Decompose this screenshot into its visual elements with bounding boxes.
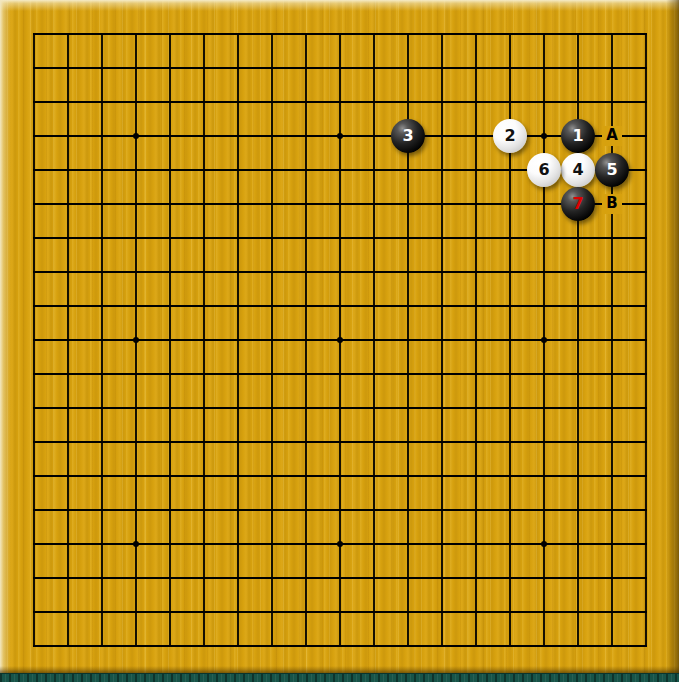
intersection-Q6[interactable] — [527, 459, 561, 493]
intersection-H10[interactable] — [255, 323, 289, 357]
intersection-A15[interactable] — [17, 153, 51, 187]
intersection-G3[interactable] — [221, 561, 255, 595]
intersection-A18[interactable] — [17, 51, 51, 85]
intersection-K10[interactable] — [323, 323, 357, 357]
intersection-A11[interactable] — [17, 289, 51, 323]
intersection-G1[interactable] — [221, 629, 255, 663]
intersection-N12[interactable] — [425, 255, 459, 289]
intersection-K15[interactable] — [323, 153, 357, 187]
intersection-M12[interactable] — [391, 255, 425, 289]
intersection-T13[interactable] — [629, 221, 663, 255]
intersection-J19[interactable] — [289, 17, 323, 51]
intersection-S14[interactable]: B — [595, 187, 629, 221]
intersection-O6[interactable] — [459, 459, 493, 493]
intersection-P15[interactable] — [493, 153, 527, 187]
intersection-G8[interactable] — [221, 391, 255, 425]
intersection-J15[interactable] — [289, 153, 323, 187]
intersection-S16[interactable]: A — [595, 119, 629, 153]
intersection-J1[interactable] — [289, 629, 323, 663]
intersection-D12[interactable] — [119, 255, 153, 289]
intersection-G15[interactable] — [221, 153, 255, 187]
intersection-B17[interactable] — [51, 85, 85, 119]
intersection-K16[interactable] — [323, 119, 357, 153]
intersection-R2[interactable] — [561, 595, 595, 629]
intersection-T19[interactable] — [629, 17, 663, 51]
intersection-J11[interactable] — [289, 289, 323, 323]
intersection-S9[interactable] — [595, 357, 629, 391]
intersection-F12[interactable] — [187, 255, 221, 289]
intersection-L3[interactable] — [357, 561, 391, 595]
intersection-O13[interactable] — [459, 221, 493, 255]
intersection-O12[interactable] — [459, 255, 493, 289]
intersection-A6[interactable] — [17, 459, 51, 493]
intersection-B5[interactable] — [51, 493, 85, 527]
intersection-M7[interactable] — [391, 425, 425, 459]
intersection-B4[interactable] — [51, 527, 85, 561]
intersection-M19[interactable] — [391, 17, 425, 51]
intersection-O7[interactable] — [459, 425, 493, 459]
intersection-D17[interactable] — [119, 85, 153, 119]
stone-black-move-7-R14[interactable]: 7 — [561, 187, 595, 221]
intersection-C18[interactable] — [85, 51, 119, 85]
intersection-Q4[interactable] — [527, 527, 561, 561]
intersection-O3[interactable] — [459, 561, 493, 595]
intersection-T10[interactable] — [629, 323, 663, 357]
intersection-T9[interactable] — [629, 357, 663, 391]
intersection-C12[interactable] — [85, 255, 119, 289]
intersection-F1[interactable] — [187, 629, 221, 663]
intersection-S19[interactable] — [595, 17, 629, 51]
intersection-D7[interactable] — [119, 425, 153, 459]
intersection-K19[interactable] — [323, 17, 357, 51]
intersection-G18[interactable] — [221, 51, 255, 85]
intersection-D15[interactable] — [119, 153, 153, 187]
intersection-T4[interactable] — [629, 527, 663, 561]
intersection-J14[interactable] — [289, 187, 323, 221]
intersection-N6[interactable] — [425, 459, 459, 493]
intersection-L17[interactable] — [357, 85, 391, 119]
intersection-R19[interactable] — [561, 17, 595, 51]
intersection-P16[interactable]: 2 — [493, 119, 527, 153]
intersection-R8[interactable] — [561, 391, 595, 425]
intersection-P11[interactable] — [493, 289, 527, 323]
intersection-K13[interactable] — [323, 221, 357, 255]
intersection-S17[interactable] — [595, 85, 629, 119]
intersection-O11[interactable] — [459, 289, 493, 323]
intersection-H7[interactable] — [255, 425, 289, 459]
intersection-S2[interactable] — [595, 595, 629, 629]
intersection-C11[interactable] — [85, 289, 119, 323]
intersection-L1[interactable] — [357, 629, 391, 663]
intersection-A3[interactable] — [17, 561, 51, 595]
intersection-G2[interactable] — [221, 595, 255, 629]
intersection-A13[interactable] — [17, 221, 51, 255]
intersection-P14[interactable] — [493, 187, 527, 221]
intersection-F15[interactable] — [187, 153, 221, 187]
intersection-L2[interactable] — [357, 595, 391, 629]
intersection-B1[interactable] — [51, 629, 85, 663]
intersection-N14[interactable] — [425, 187, 459, 221]
intersection-O19[interactable] — [459, 17, 493, 51]
intersection-R10[interactable] — [561, 323, 595, 357]
intersection-N15[interactable] — [425, 153, 459, 187]
intersection-D19[interactable] — [119, 17, 153, 51]
intersection-M17[interactable] — [391, 85, 425, 119]
intersection-E10[interactable] — [153, 323, 187, 357]
intersection-G17[interactable] — [221, 85, 255, 119]
intersection-Q9[interactable] — [527, 357, 561, 391]
intersection-Q19[interactable] — [527, 17, 561, 51]
intersection-F7[interactable] — [187, 425, 221, 459]
intersection-T11[interactable] — [629, 289, 663, 323]
intersection-F18[interactable] — [187, 51, 221, 85]
intersection-S4[interactable] — [595, 527, 629, 561]
intersection-L14[interactable] — [357, 187, 391, 221]
intersection-E13[interactable] — [153, 221, 187, 255]
intersection-F14[interactable] — [187, 187, 221, 221]
intersection-S5[interactable] — [595, 493, 629, 527]
intersection-H1[interactable] — [255, 629, 289, 663]
intersection-R18[interactable] — [561, 51, 595, 85]
intersection-G7[interactable] — [221, 425, 255, 459]
intersection-O5[interactable] — [459, 493, 493, 527]
intersection-E11[interactable] — [153, 289, 187, 323]
intersection-L15[interactable] — [357, 153, 391, 187]
intersection-F11[interactable] — [187, 289, 221, 323]
intersection-H2[interactable] — [255, 595, 289, 629]
intersection-N9[interactable] — [425, 357, 459, 391]
intersection-H6[interactable] — [255, 459, 289, 493]
intersection-L18[interactable] — [357, 51, 391, 85]
intersection-J4[interactable] — [289, 527, 323, 561]
intersection-R7[interactable] — [561, 425, 595, 459]
intersection-B8[interactable] — [51, 391, 85, 425]
intersection-K5[interactable] — [323, 493, 357, 527]
intersection-M1[interactable] — [391, 629, 425, 663]
intersection-Q15[interactable]: 6 — [527, 153, 561, 187]
intersection-M9[interactable] — [391, 357, 425, 391]
stone-black-move-3-M16[interactable]: 3 — [391, 119, 425, 153]
intersection-A4[interactable] — [17, 527, 51, 561]
intersection-Q14[interactable] — [527, 187, 561, 221]
intersection-S10[interactable] — [595, 323, 629, 357]
intersection-Q18[interactable] — [527, 51, 561, 85]
intersection-N16[interactable] — [425, 119, 459, 153]
intersection-P2[interactable] — [493, 595, 527, 629]
intersection-H12[interactable] — [255, 255, 289, 289]
intersection-Q11[interactable] — [527, 289, 561, 323]
intersection-B16[interactable] — [51, 119, 85, 153]
intersection-G13[interactable] — [221, 221, 255, 255]
intersection-S3[interactable] — [595, 561, 629, 595]
intersection-K4[interactable] — [323, 527, 357, 561]
intersection-G6[interactable] — [221, 459, 255, 493]
intersection-C7[interactable] — [85, 425, 119, 459]
intersection-D18[interactable] — [119, 51, 153, 85]
intersection-C3[interactable] — [85, 561, 119, 595]
intersection-N1[interactable] — [425, 629, 459, 663]
intersection-G12[interactable] — [221, 255, 255, 289]
intersection-C19[interactable] — [85, 17, 119, 51]
intersection-D4[interactable] — [119, 527, 153, 561]
intersection-H3[interactable] — [255, 561, 289, 595]
intersection-E3[interactable] — [153, 561, 187, 595]
intersection-O2[interactable] — [459, 595, 493, 629]
intersection-H13[interactable] — [255, 221, 289, 255]
intersection-D9[interactable] — [119, 357, 153, 391]
intersection-Q7[interactable] — [527, 425, 561, 459]
intersection-L16[interactable] — [357, 119, 391, 153]
intersection-F2[interactable] — [187, 595, 221, 629]
intersection-J18[interactable] — [289, 51, 323, 85]
intersection-H14[interactable] — [255, 187, 289, 221]
intersection-G11[interactable] — [221, 289, 255, 323]
intersection-J2[interactable] — [289, 595, 323, 629]
intersection-K12[interactable] — [323, 255, 357, 289]
intersection-B14[interactable] — [51, 187, 85, 221]
intersection-D6[interactable] — [119, 459, 153, 493]
intersection-L8[interactable] — [357, 391, 391, 425]
intersection-J8[interactable] — [289, 391, 323, 425]
intersection-O17[interactable] — [459, 85, 493, 119]
intersection-P18[interactable] — [493, 51, 527, 85]
intersection-P12[interactable] — [493, 255, 527, 289]
intersection-L11[interactable] — [357, 289, 391, 323]
intersection-M2[interactable] — [391, 595, 425, 629]
intersection-R5[interactable] — [561, 493, 595, 527]
intersection-G10[interactable] — [221, 323, 255, 357]
intersection-T1[interactable] — [629, 629, 663, 663]
intersection-M6[interactable] — [391, 459, 425, 493]
intersection-O10[interactable] — [459, 323, 493, 357]
intersection-L6[interactable] — [357, 459, 391, 493]
intersection-O16[interactable] — [459, 119, 493, 153]
intersection-A14[interactable] — [17, 187, 51, 221]
intersection-L4[interactable] — [357, 527, 391, 561]
intersection-N4[interactable] — [425, 527, 459, 561]
intersection-K2[interactable] — [323, 595, 357, 629]
intersection-M13[interactable] — [391, 221, 425, 255]
variation-label-B[interactable]: B — [595, 187, 629, 221]
stone-black-move-1-R16[interactable]: 1 — [561, 119, 595, 153]
intersection-N2[interactable] — [425, 595, 459, 629]
intersection-N13[interactable] — [425, 221, 459, 255]
intersection-J17[interactable] — [289, 85, 323, 119]
intersection-E7[interactable] — [153, 425, 187, 459]
intersection-F19[interactable] — [187, 17, 221, 51]
intersection-D16[interactable] — [119, 119, 153, 153]
variation-label-A[interactable]: A — [595, 119, 629, 153]
intersection-B11[interactable] — [51, 289, 85, 323]
intersection-B9[interactable] — [51, 357, 85, 391]
intersection-D5[interactable] — [119, 493, 153, 527]
intersection-K11[interactable] — [323, 289, 357, 323]
intersection-R9[interactable] — [561, 357, 595, 391]
intersection-Q8[interactable] — [527, 391, 561, 425]
intersection-R3[interactable] — [561, 561, 595, 595]
intersection-K18[interactable] — [323, 51, 357, 85]
intersection-C1[interactable] — [85, 629, 119, 663]
intersection-H5[interactable] — [255, 493, 289, 527]
intersection-S13[interactable] — [595, 221, 629, 255]
intersection-B19[interactable] — [51, 17, 85, 51]
intersection-E14[interactable] — [153, 187, 187, 221]
intersection-N17[interactable] — [425, 85, 459, 119]
intersection-C4[interactable] — [85, 527, 119, 561]
intersection-P9[interactable] — [493, 357, 527, 391]
intersection-J13[interactable] — [289, 221, 323, 255]
intersection-Q10[interactable] — [527, 323, 561, 357]
intersection-Q12[interactable] — [527, 255, 561, 289]
intersection-A17[interactable] — [17, 85, 51, 119]
intersection-G19[interactable] — [221, 17, 255, 51]
intersection-P1[interactable] — [493, 629, 527, 663]
intersection-C10[interactable] — [85, 323, 119, 357]
intersection-L19[interactable] — [357, 17, 391, 51]
intersection-P8[interactable] — [493, 391, 527, 425]
intersection-B7[interactable] — [51, 425, 85, 459]
intersection-J9[interactable] — [289, 357, 323, 391]
intersection-A1[interactable] — [17, 629, 51, 663]
intersection-B6[interactable] — [51, 459, 85, 493]
intersection-Q16[interactable] — [527, 119, 561, 153]
intersection-C16[interactable] — [85, 119, 119, 153]
intersection-E12[interactable] — [153, 255, 187, 289]
intersection-G4[interactable] — [221, 527, 255, 561]
intersection-B12[interactable] — [51, 255, 85, 289]
intersection-H16[interactable] — [255, 119, 289, 153]
intersection-H17[interactable] — [255, 85, 289, 119]
intersection-N5[interactable] — [425, 493, 459, 527]
intersection-P6[interactable] — [493, 459, 527, 493]
intersection-F10[interactable] — [187, 323, 221, 357]
intersection-A2[interactable] — [17, 595, 51, 629]
intersection-T5[interactable] — [629, 493, 663, 527]
intersection-B3[interactable] — [51, 561, 85, 595]
intersection-C6[interactable] — [85, 459, 119, 493]
intersection-S15[interactable]: 5 — [595, 153, 629, 187]
intersection-C8[interactable] — [85, 391, 119, 425]
intersection-Q3[interactable] — [527, 561, 561, 595]
intersection-T16[interactable] — [629, 119, 663, 153]
stone-white-move-6-Q15[interactable]: 6 — [527, 153, 561, 187]
intersection-K3[interactable] — [323, 561, 357, 595]
intersection-Q5[interactable] — [527, 493, 561, 527]
intersection-B15[interactable] — [51, 153, 85, 187]
intersection-J10[interactable] — [289, 323, 323, 357]
intersection-P13[interactable] — [493, 221, 527, 255]
intersection-T17[interactable] — [629, 85, 663, 119]
intersection-G5[interactable] — [221, 493, 255, 527]
intersection-K17[interactable] — [323, 85, 357, 119]
intersection-O9[interactable] — [459, 357, 493, 391]
intersection-H18[interactable] — [255, 51, 289, 85]
intersection-K7[interactable] — [323, 425, 357, 459]
intersection-T6[interactable] — [629, 459, 663, 493]
intersection-F13[interactable] — [187, 221, 221, 255]
intersection-A12[interactable] — [17, 255, 51, 289]
intersection-D3[interactable] — [119, 561, 153, 595]
intersection-N10[interactable] — [425, 323, 459, 357]
intersection-D2[interactable] — [119, 595, 153, 629]
intersection-K8[interactable] — [323, 391, 357, 425]
intersection-T12[interactable] — [629, 255, 663, 289]
intersection-O4[interactable] — [459, 527, 493, 561]
intersection-M15[interactable] — [391, 153, 425, 187]
intersection-P19[interactable] — [493, 17, 527, 51]
intersection-E19[interactable] — [153, 17, 187, 51]
intersection-L13[interactable] — [357, 221, 391, 255]
intersection-F5[interactable] — [187, 493, 221, 527]
intersection-P7[interactable] — [493, 425, 527, 459]
intersection-R1[interactable] — [561, 629, 595, 663]
intersection-Q1[interactable] — [527, 629, 561, 663]
intersection-D13[interactable] — [119, 221, 153, 255]
intersection-T2[interactable] — [629, 595, 663, 629]
intersection-E5[interactable] — [153, 493, 187, 527]
intersection-N7[interactable] — [425, 425, 459, 459]
intersection-M3[interactable] — [391, 561, 425, 595]
intersection-R13[interactable] — [561, 221, 595, 255]
intersection-F16[interactable] — [187, 119, 221, 153]
intersection-M10[interactable] — [391, 323, 425, 357]
intersection-R6[interactable] — [561, 459, 595, 493]
intersection-K6[interactable] — [323, 459, 357, 493]
intersection-A16[interactable] — [17, 119, 51, 153]
intersection-K1[interactable] — [323, 629, 357, 663]
intersection-A8[interactable] — [17, 391, 51, 425]
intersection-Q2[interactable] — [527, 595, 561, 629]
intersection-N11[interactable] — [425, 289, 459, 323]
intersection-N18[interactable] — [425, 51, 459, 85]
intersection-B2[interactable] — [51, 595, 85, 629]
intersection-A5[interactable] — [17, 493, 51, 527]
intersection-E8[interactable] — [153, 391, 187, 425]
intersection-S11[interactable] — [595, 289, 629, 323]
intersection-C14[interactable] — [85, 187, 119, 221]
intersection-K9[interactable] — [323, 357, 357, 391]
intersection-M16[interactable]: 3 — [391, 119, 425, 153]
intersection-P4[interactable] — [493, 527, 527, 561]
intersection-E15[interactable] — [153, 153, 187, 187]
intersection-C13[interactable] — [85, 221, 119, 255]
intersection-E17[interactable] — [153, 85, 187, 119]
intersection-A10[interactable] — [17, 323, 51, 357]
intersection-O15[interactable] — [459, 153, 493, 187]
intersection-P17[interactable] — [493, 85, 527, 119]
intersection-F6[interactable] — [187, 459, 221, 493]
intersection-F8[interactable] — [187, 391, 221, 425]
intersection-H19[interactable] — [255, 17, 289, 51]
intersection-R15[interactable]: 4 — [561, 153, 595, 187]
intersection-F17[interactable] — [187, 85, 221, 119]
intersection-R16[interactable]: 1 — [561, 119, 595, 153]
intersection-B10[interactable] — [51, 323, 85, 357]
intersection-O8[interactable] — [459, 391, 493, 425]
intersection-S6[interactable] — [595, 459, 629, 493]
intersection-N19[interactable] — [425, 17, 459, 51]
intersection-M14[interactable] — [391, 187, 425, 221]
intersection-K14[interactable] — [323, 187, 357, 221]
intersection-L10[interactable] — [357, 323, 391, 357]
intersection-M5[interactable] — [391, 493, 425, 527]
intersection-T8[interactable] — [629, 391, 663, 425]
intersection-R17[interactable] — [561, 85, 595, 119]
intersection-D11[interactable] — [119, 289, 153, 323]
intersection-P5[interactable] — [493, 493, 527, 527]
intersection-T7[interactable] — [629, 425, 663, 459]
intersection-A9[interactable] — [17, 357, 51, 391]
